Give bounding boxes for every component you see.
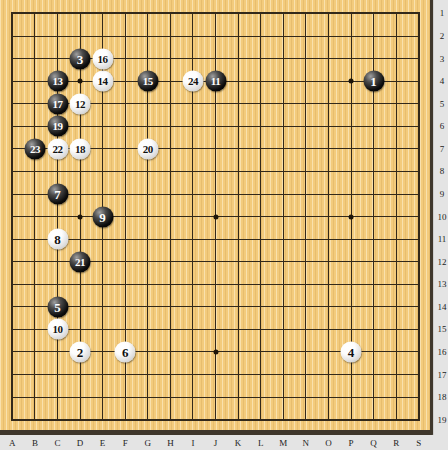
star-point xyxy=(78,79,83,84)
row-label-19: 19 xyxy=(438,415,447,424)
stone-black-7[interactable]: 7 xyxy=(47,184,68,205)
move-number: 4 xyxy=(348,345,355,358)
stone-white-24[interactable]: 24 xyxy=(182,71,203,92)
move-number: 19 xyxy=(53,121,63,132)
move-number: 22 xyxy=(53,143,63,154)
move-number: 5 xyxy=(54,300,61,313)
move-number: 17 xyxy=(53,98,63,109)
row-label-10: 10 xyxy=(438,212,447,221)
column-label-M: M xyxy=(279,439,287,448)
grid-line-vertical xyxy=(305,12,306,420)
star-point xyxy=(349,214,354,219)
row-label-2: 2 xyxy=(440,32,445,41)
move-number: 16 xyxy=(98,53,108,64)
stone-black-21[interactable]: 21 xyxy=(70,251,91,272)
stone-black-5[interactable]: 5 xyxy=(47,296,68,317)
stone-white-2[interactable]: 2 xyxy=(70,341,91,362)
grid-line-horizontal xyxy=(11,419,419,421)
move-number: 13 xyxy=(53,76,63,87)
column-label-D: D xyxy=(77,439,84,448)
column-label-J: J xyxy=(214,439,218,448)
move-number: 12 xyxy=(75,98,85,109)
grid-line-vertical xyxy=(238,12,239,420)
move-number: 21 xyxy=(75,256,85,267)
move-number: 9 xyxy=(99,210,106,223)
grid-line-horizontal xyxy=(11,239,419,240)
column-label-E: E xyxy=(100,439,106,448)
stone-white-12[interactable]: 12 xyxy=(70,93,91,114)
row-label-14: 14 xyxy=(438,302,447,311)
star-point xyxy=(78,214,83,219)
move-number: 8 xyxy=(54,233,61,246)
column-label-O: O xyxy=(325,439,332,448)
column-label-R: R xyxy=(393,439,399,448)
column-label-K: K xyxy=(235,439,242,448)
grid-line-vertical xyxy=(328,12,329,420)
row-label-12: 12 xyxy=(438,257,447,266)
stone-black-9[interactable]: 9 xyxy=(92,206,113,227)
grid-line-horizontal xyxy=(11,329,419,330)
row-label-8: 8 xyxy=(440,167,445,176)
row-label-9: 9 xyxy=(440,190,445,199)
column-label-C: C xyxy=(54,439,60,448)
row-label-1: 1 xyxy=(440,9,445,18)
move-number: 11 xyxy=(211,76,220,87)
stone-white-4[interactable]: 4 xyxy=(341,341,362,362)
move-number: 10 xyxy=(53,324,63,335)
move-number: 7 xyxy=(54,188,61,201)
column-label-L: L xyxy=(258,439,264,448)
grid-line-horizontal xyxy=(11,397,419,398)
star-point xyxy=(213,349,218,354)
move-number: 1 xyxy=(370,75,377,88)
row-label-13: 13 xyxy=(438,280,447,289)
stone-black-19[interactable]: 19 xyxy=(47,116,68,137)
move-number: 3 xyxy=(77,52,84,65)
grid-line-vertical xyxy=(283,12,284,420)
stone-white-14[interactable]: 14 xyxy=(92,71,113,92)
column-label-H: H xyxy=(167,439,174,448)
move-number: 15 xyxy=(143,76,153,87)
move-number: 6 xyxy=(122,345,129,358)
stone-black-11[interactable]: 11 xyxy=(205,71,226,92)
row-label-7: 7 xyxy=(440,144,445,153)
row-label-4: 4 xyxy=(440,77,445,86)
move-number: 23 xyxy=(30,143,40,154)
row-label-16: 16 xyxy=(438,347,447,356)
move-number: 18 xyxy=(75,143,85,154)
stone-black-13[interactable]: 13 xyxy=(47,71,68,92)
row-label-15: 15 xyxy=(438,325,447,334)
stone-white-8[interactable]: 8 xyxy=(47,229,68,250)
row-label-3: 3 xyxy=(440,54,445,63)
column-label-N: N xyxy=(303,439,310,448)
column-label-P: P xyxy=(348,439,353,448)
column-label-A: A xyxy=(9,439,16,448)
stone-black-17[interactable]: 17 xyxy=(47,93,68,114)
column-label-F: F xyxy=(123,439,128,448)
stone-white-16[interactable]: 16 xyxy=(92,48,113,69)
star-point xyxy=(213,214,218,219)
grid-line-horizontal xyxy=(11,284,419,285)
stone-white-20[interactable]: 20 xyxy=(137,138,158,159)
stone-white-18[interactable]: 18 xyxy=(70,138,91,159)
grid-line-horizontal xyxy=(11,374,419,375)
star-point xyxy=(349,79,354,84)
column-label-S: S xyxy=(416,439,421,448)
grid-line-horizontal xyxy=(11,306,419,307)
move-number: 2 xyxy=(77,345,84,358)
stone-white-10[interactable]: 10 xyxy=(47,319,68,340)
stone-black-1[interactable]: 1 xyxy=(363,71,384,92)
go-diagram-screen: 123456789101112131415161718192021222324 … xyxy=(0,0,448,450)
row-label-17: 17 xyxy=(438,370,447,379)
stone-black-23[interactable]: 23 xyxy=(24,138,45,159)
row-label-6: 6 xyxy=(440,122,445,131)
move-number: 24 xyxy=(188,76,198,87)
stone-black-15[interactable]: 15 xyxy=(137,71,158,92)
move-number: 20 xyxy=(143,143,153,154)
column-label-G: G xyxy=(145,439,152,448)
row-label-18: 18 xyxy=(438,393,447,402)
grid-line-vertical xyxy=(418,12,420,420)
stone-white-6[interactable]: 6 xyxy=(115,341,136,362)
row-label-5: 5 xyxy=(440,99,445,108)
go-board[interactable]: 123456789101112131415161718192021222324 xyxy=(0,0,434,435)
grid-line-vertical xyxy=(396,12,397,420)
stone-white-22[interactable]: 22 xyxy=(47,138,68,159)
row-label-11: 11 xyxy=(438,235,447,244)
column-coordinate-strip: ABCDEFGHIJKLMNOPQRS xyxy=(0,435,448,450)
column-label-B: B xyxy=(32,439,38,448)
grid-line-vertical xyxy=(260,12,261,420)
column-label-Q: Q xyxy=(370,439,377,448)
row-coordinate-strip: 12345678910111213141516171819 xyxy=(433,0,448,435)
column-label-I: I xyxy=(191,439,194,448)
move-number: 14 xyxy=(98,76,108,87)
stone-black-3[interactable]: 3 xyxy=(70,48,91,69)
